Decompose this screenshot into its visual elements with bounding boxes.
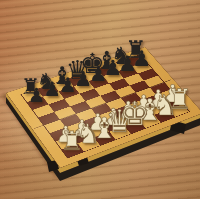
piece-black-pawn-h7[interactable]: ♟ — [132, 48, 151, 70]
piece-white-rook-h1[interactable]: ♜ — [166, 86, 191, 114]
chess-set-photo: ♜♞♝♛♚♝♞♜♟♟♟♟♟♟♟♟♟♟♟♟♟♟♟♟♜♞♝♛♚♝♞♜ — [0, 0, 200, 199]
